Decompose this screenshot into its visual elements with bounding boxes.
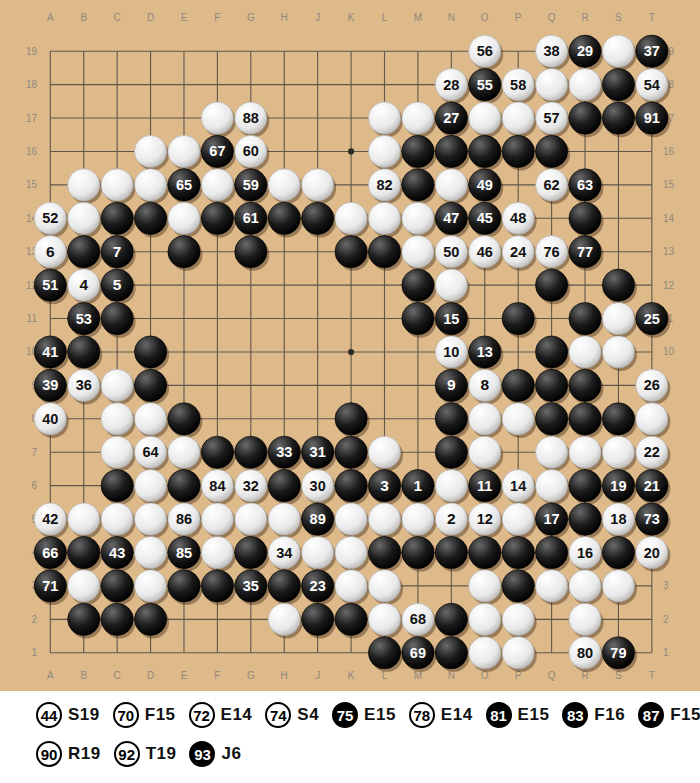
caption-coordinate: E14 <box>221 705 259 725</box>
stone-number: 61 <box>243 210 259 226</box>
stone-body <box>235 436 267 468</box>
black-stone-O6: 11 <box>469 470 501 502</box>
stone-number: 19 <box>610 478 626 494</box>
stone-body <box>368 536 400 568</box>
row-label-left: 2 <box>31 614 37 625</box>
white-stone-H5 <box>268 503 300 535</box>
black-stone-N9: 9 <box>435 369 467 401</box>
black-stone-J14 <box>302 202 334 234</box>
white-stone-P1 <box>502 637 534 669</box>
white-stone-Q13: 76 <box>536 236 568 268</box>
black-stone-D14 <box>134 202 166 234</box>
white-stone-O8 <box>469 403 501 435</box>
white-stone-L2 <box>368 603 400 635</box>
stone-body <box>435 269 467 301</box>
stone-number: 40 <box>42 411 58 427</box>
black-stone-K2 <box>335 603 367 635</box>
stone-body <box>402 135 434 167</box>
white-stone-N10: 10 <box>435 336 467 368</box>
stone-number: 36 <box>76 377 92 393</box>
white-stone-A14: 52 <box>34 202 66 234</box>
white-stone-O17 <box>469 102 501 134</box>
stone-body <box>268 570 300 602</box>
stone-body <box>268 603 300 635</box>
white-stone-D16 <box>134 135 166 167</box>
stone-number: 79 <box>610 645 626 661</box>
stone-body <box>268 503 300 535</box>
black-stone-A4: 66 <box>34 536 66 568</box>
stone-number: 88 <box>243 110 259 126</box>
stone-number: 33 <box>276 444 292 460</box>
black-stone-E8 <box>168 403 200 435</box>
stone-number: 57 <box>544 110 560 126</box>
black-stone-Q8 <box>536 403 568 435</box>
black-stone-M1: 69 <box>402 637 434 669</box>
white-stone-E14 <box>168 202 200 234</box>
white-stone-B14 <box>68 202 100 234</box>
stone-number: 84 <box>209 478 225 494</box>
col-label-top: R <box>581 12 588 23</box>
col-label-bottom: C <box>114 670 121 681</box>
stone-number: 34 <box>276 545 292 561</box>
caption-entry-move-78: 78E14 <box>409 702 479 728</box>
stone-body <box>134 336 166 368</box>
black-stone-P11 <box>502 302 534 334</box>
black-stone-S1: 79 <box>602 637 634 669</box>
caption-coordinate: F15 <box>670 705 700 725</box>
black-stone-J7: 31 <box>302 436 334 468</box>
black-stone-N14: 47 <box>435 202 467 234</box>
move-caption: 44S1970F1572E1474S475E1578E1481E1583F168… <box>0 691 700 783</box>
caption-white-stone: 90 <box>36 741 62 767</box>
stone-body <box>68 536 100 568</box>
black-stone-D9 <box>134 369 166 401</box>
stone-body <box>134 603 166 635</box>
black-stone-J2 <box>302 603 334 635</box>
stone-body <box>402 202 434 234</box>
stone-number: 41 <box>42 344 58 360</box>
black-stone-F14 <box>201 202 233 234</box>
stone-body <box>368 202 400 234</box>
stone-body <box>602 536 634 568</box>
stone-body <box>602 302 634 334</box>
stone-number: 7 <box>113 243 122 260</box>
stone-number: 23 <box>310 578 326 594</box>
white-stone-Q3 <box>536 570 568 602</box>
stone-number: 13 <box>477 344 493 360</box>
caption-entry-move-87: 87F15 <box>638 702 700 728</box>
stone-body <box>402 536 434 568</box>
stone-number: 59 <box>243 177 259 193</box>
stone-number: 80 <box>577 645 593 661</box>
stone-body <box>469 403 501 435</box>
col-label-bottom: H <box>281 670 288 681</box>
white-stone-E5: 86 <box>168 503 200 535</box>
row-label-left: 17 <box>26 113 38 124</box>
black-stone-S17 <box>602 102 634 134</box>
row-label-left: 19 <box>26 46 38 57</box>
stone-body <box>368 102 400 134</box>
stone-body <box>335 470 367 502</box>
col-label-top: D <box>147 12 154 23</box>
stone-body <box>168 135 200 167</box>
stone-body <box>402 169 434 201</box>
caption-coordinate: T19 <box>146 744 183 764</box>
stone-number: 6 <box>46 243 55 260</box>
black-stone-O10: 13 <box>469 336 501 368</box>
black-stone-K8 <box>335 403 367 435</box>
stone-body <box>134 403 166 435</box>
stone-body <box>402 302 434 334</box>
black-stone-A3: 71 <box>34 570 66 602</box>
white-stone-P2 <box>502 603 534 635</box>
col-label-bottom: K <box>348 670 355 681</box>
stone-body <box>101 302 133 334</box>
black-stone-M15 <box>402 169 434 201</box>
stone-body <box>469 637 501 669</box>
stone-number: 8 <box>480 376 489 393</box>
stone-body <box>536 570 568 602</box>
caption-coordinate: E14 <box>441 705 479 725</box>
white-stone-M5 <box>402 503 434 535</box>
star-point <box>348 148 354 154</box>
caption-coordinate: S19 <box>68 705 106 725</box>
stone-body <box>602 403 634 435</box>
stone-body <box>536 69 568 101</box>
stone-body <box>502 102 534 134</box>
stone-number: 58 <box>510 77 526 93</box>
stone-body <box>335 503 367 535</box>
stone-body <box>134 570 166 602</box>
black-stone-Q9 <box>536 369 568 401</box>
stone-body <box>435 135 467 167</box>
stone-body <box>569 403 601 435</box>
row-label-right: 3 <box>663 580 669 591</box>
black-stone-O4 <box>469 536 501 568</box>
caption-entry-move-74: 74S4 <box>265 702 325 728</box>
stone-body <box>201 102 233 134</box>
stone-body <box>335 202 367 234</box>
stone-number: 65 <box>176 177 192 193</box>
black-stone-G14: 61 <box>235 202 267 234</box>
caption-entry-move-90: 90R19 <box>36 741 107 767</box>
white-stone-L5 <box>368 503 400 535</box>
black-stone-M4 <box>402 536 434 568</box>
black-stone-D2 <box>134 603 166 635</box>
black-stone-C14 <box>101 202 133 234</box>
stone-body <box>569 336 601 368</box>
black-stone-E13 <box>168 236 200 268</box>
white-stone-N15 <box>435 169 467 201</box>
stone-body <box>569 202 601 234</box>
stone-number: 25 <box>644 311 660 327</box>
black-stone-T11: 25 <box>636 302 668 334</box>
stone-body <box>201 202 233 234</box>
stone-body <box>235 536 267 568</box>
stone-body <box>469 102 501 134</box>
stone-body <box>602 69 634 101</box>
black-stone-K6 <box>335 470 367 502</box>
white-stone-N12 <box>435 269 467 301</box>
white-stone-S10 <box>602 336 634 368</box>
black-stone-P16 <box>502 135 534 167</box>
stone-body <box>235 503 267 535</box>
black-stone-N16 <box>435 135 467 167</box>
caption-white-stone: 92 <box>114 741 140 767</box>
stone-body <box>168 570 200 602</box>
white-stone-O3 <box>469 570 501 602</box>
stone-body <box>435 436 467 468</box>
stone-body <box>168 403 200 435</box>
stone-body <box>335 603 367 635</box>
black-stone-G4 <box>235 536 267 568</box>
stone-number: 82 <box>376 177 392 193</box>
black-stone-F3 <box>201 570 233 602</box>
stone-number: 47 <box>443 210 459 226</box>
black-stone-H3 <box>268 570 300 602</box>
black-stone-A12: 51 <box>34 269 66 301</box>
white-stone-D15 <box>134 169 166 201</box>
white-stone-S19 <box>602 35 634 67</box>
stone-body <box>502 403 534 435</box>
stone-body <box>68 202 100 234</box>
stone-number: 49 <box>477 177 493 193</box>
stone-body <box>368 236 400 268</box>
black-stone-D10 <box>134 336 166 368</box>
black-stone-N2 <box>435 603 467 635</box>
white-stone-D3 <box>134 570 166 602</box>
stone-body <box>502 637 534 669</box>
black-stone-Q5: 17 <box>536 503 568 535</box>
stone-body <box>536 269 568 301</box>
black-stone-M11 <box>402 302 434 334</box>
stone-body <box>201 503 233 535</box>
black-stone-N4 <box>435 536 467 568</box>
stone-body <box>268 202 300 234</box>
row-label-right: 15 <box>663 179 675 190</box>
stone-number: 30 <box>310 478 326 494</box>
black-stone-T6: 21 <box>636 470 668 502</box>
stone-number: 16 <box>577 545 593 561</box>
stone-number: 26 <box>644 377 660 393</box>
black-stone-S12 <box>602 269 634 301</box>
black-stone-T17: 91 <box>636 102 668 134</box>
white-stone-L15: 82 <box>368 169 400 201</box>
stone-body <box>335 536 367 568</box>
white-stone-N5: 2 <box>435 503 467 535</box>
row-label-right: 2 <box>663 614 669 625</box>
white-stone-C7 <box>101 436 133 468</box>
black-stone-R19: 29 <box>569 35 601 67</box>
white-stone-C8 <box>101 403 133 435</box>
black-stone-R11 <box>569 302 601 334</box>
white-stone-B3 <box>68 570 100 602</box>
stone-body <box>335 436 367 468</box>
stone-number: 1 <box>414 477 423 494</box>
white-stone-D4 <box>134 536 166 568</box>
black-stone-P3 <box>502 570 534 602</box>
stone-number: 71 <box>42 578 58 594</box>
stone-body <box>368 603 400 635</box>
black-stone-G3: 35 <box>235 570 267 602</box>
col-label-top: T <box>649 12 655 23</box>
stone-body <box>368 570 400 602</box>
white-stone-O13: 46 <box>469 236 501 268</box>
white-stone-C9 <box>101 369 133 401</box>
black-stone-R13: 77 <box>569 236 601 268</box>
stone-number: 91 <box>644 110 660 126</box>
caption-black-stone: 81 <box>486 702 512 728</box>
white-stone-J6: 30 <box>302 470 334 502</box>
stone-body <box>569 470 601 502</box>
stone-body <box>435 403 467 435</box>
black-stone-R9 <box>569 369 601 401</box>
stone-number: 50 <box>443 244 459 260</box>
caption-white-stone: 70 <box>113 702 139 728</box>
col-label-bottom: B <box>80 670 87 681</box>
black-stone-K7 <box>335 436 367 468</box>
black-stone-C12: 5 <box>101 269 133 301</box>
stone-body <box>602 336 634 368</box>
go-kifu-diagram: AABBCCDDEEFFGGHHJJKKLLMMNNOOPPQQRRSSTT19… <box>0 0 700 783</box>
stone-number: 5 <box>113 276 122 293</box>
caption-entry-move-75: 75E15 <box>332 702 402 728</box>
black-stone-E4: 85 <box>168 536 200 568</box>
col-label-top: H <box>281 12 288 23</box>
stone-body <box>502 302 534 334</box>
black-stone-B2 <box>68 603 100 635</box>
stone-number: 56 <box>477 43 493 59</box>
caption-white-stone: 44 <box>36 702 62 728</box>
white-stone-A8: 40 <box>34 403 66 435</box>
black-stone-H7: 33 <box>268 436 300 468</box>
stone-body <box>101 369 133 401</box>
stone-body <box>302 202 334 234</box>
stone-body <box>402 236 434 268</box>
black-stone-E3 <box>168 570 200 602</box>
stone-body <box>602 269 634 301</box>
white-stone-D5 <box>134 503 166 535</box>
row-label-right: 13 <box>663 246 675 257</box>
white-stone-T4: 20 <box>636 536 668 568</box>
white-stone-R1: 80 <box>569 637 601 669</box>
black-stone-R8 <box>569 403 601 435</box>
stone-body <box>168 236 200 268</box>
white-stone-L16 <box>368 135 400 167</box>
row-label-right: 1 <box>663 647 669 658</box>
white-stone-O5: 12 <box>469 503 501 535</box>
white-stone-K3 <box>335 570 367 602</box>
stone-body <box>335 236 367 268</box>
caption-black-stone: 83 <box>562 702 588 728</box>
stone-body <box>235 236 267 268</box>
stone-number: 24 <box>510 244 526 260</box>
white-stone-O1 <box>469 637 501 669</box>
stone-body <box>502 570 534 602</box>
stone-number: 22 <box>644 444 660 460</box>
caption-entry-move-92: 92T19 <box>114 741 183 767</box>
caption-black-stone: 93 <box>189 741 215 767</box>
black-stone-C6 <box>101 470 133 502</box>
stone-body <box>268 470 300 502</box>
stone-number: 12 <box>477 511 493 527</box>
stone-body <box>368 436 400 468</box>
white-stone-Q19: 38 <box>536 35 568 67</box>
stone-body <box>435 470 467 502</box>
black-stone-B11: 53 <box>68 302 100 334</box>
col-label-bottom: J <box>315 670 320 681</box>
black-stone-C13: 7 <box>101 236 133 268</box>
black-stone-S18 <box>602 69 634 101</box>
stone-body <box>201 570 233 602</box>
col-label-bottom: A <box>47 670 54 681</box>
black-stone-M12 <box>402 269 434 301</box>
stone-number: 67 <box>209 143 225 159</box>
stone-body <box>602 570 634 602</box>
stone-body <box>569 570 601 602</box>
stone-body <box>134 169 166 201</box>
white-stone-J15 <box>302 169 334 201</box>
white-stone-B12: 4 <box>68 269 100 301</box>
stone-body <box>68 503 100 535</box>
stone-body <box>502 603 534 635</box>
black-stone-T5: 73 <box>636 503 668 535</box>
stone-number: 53 <box>76 311 92 327</box>
white-stone-R2 <box>569 603 601 635</box>
stone-number: 28 <box>443 77 459 93</box>
stone-number: 42 <box>42 511 58 527</box>
black-stone-P4 <box>502 536 534 568</box>
stone-body <box>402 269 434 301</box>
black-stone-H6 <box>268 470 300 502</box>
stone-number: 66 <box>42 545 58 561</box>
stone-number: 54 <box>644 77 660 93</box>
stone-body <box>402 503 434 535</box>
black-stone-P9 <box>502 369 534 401</box>
black-stone-C3 <box>101 570 133 602</box>
white-stone-D8 <box>134 403 166 435</box>
stone-body <box>68 603 100 635</box>
white-stone-O2 <box>469 603 501 635</box>
stone-body <box>569 369 601 401</box>
stone-number: 18 <box>610 511 626 527</box>
stone-number: 39 <box>42 377 58 393</box>
stone-number: 60 <box>243 143 259 159</box>
white-stone-F6: 84 <box>201 470 233 502</box>
black-stone-S4 <box>602 536 634 568</box>
caption-coordinate: F15 <box>145 705 182 725</box>
white-stone-G6: 32 <box>235 470 267 502</box>
white-stone-B5 <box>68 503 100 535</box>
stone-body <box>268 169 300 201</box>
white-stone-P13: 24 <box>502 236 534 268</box>
caption-coordinate: S4 <box>297 705 325 725</box>
black-stone-Q10 <box>536 336 568 368</box>
stone-body <box>201 536 233 568</box>
stone-body <box>302 536 334 568</box>
stone-body <box>569 603 601 635</box>
white-stone-O19: 56 <box>469 35 501 67</box>
row-label-left: 7 <box>31 447 37 458</box>
stone-number: 48 <box>510 210 526 226</box>
stone-body <box>502 536 534 568</box>
caption-black-stone: 75 <box>332 702 358 728</box>
stone-body <box>402 102 434 134</box>
col-label-top: O <box>481 12 489 23</box>
stone-body <box>168 202 200 234</box>
stone-body <box>602 35 634 67</box>
black-stone-O16 <box>469 135 501 167</box>
